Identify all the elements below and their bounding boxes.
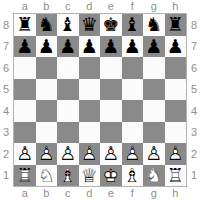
piece-outline-layer: ♕ <box>79 165 101 187</box>
rank-labels-right: 87654321 <box>188 14 200 186</box>
white-bishop-f1[interactable]: ♝♗ <box>122 165 144 187</box>
file-label-c: c <box>57 0 79 12</box>
piece-glyph: ♟ <box>143 36 165 58</box>
rank-labels-left: 87654321 <box>0 14 12 186</box>
white-pawn-g2[interactable]: ♟♙ <box>143 143 165 165</box>
square-e2[interactable]: ♟♙ <box>100 143 122 165</box>
square-f8[interactable]: ♝ <box>122 14 144 36</box>
square-d3[interactable] <box>79 122 101 144</box>
square-h1[interactable]: ♜♖ <box>165 165 187 187</box>
square-c4[interactable] <box>57 100 79 122</box>
black-pawn-h7[interactable]: ♟ <box>165 36 187 58</box>
piece-fill-layer: ♝ <box>122 165 144 187</box>
file-label-b: b <box>36 0 58 12</box>
white-pawn-b2[interactable]: ♟♙ <box>36 143 58 165</box>
piece-glyph: ♛ <box>79 14 101 36</box>
rank-label-7: 7 <box>0 36 12 58</box>
piece-glyph: ♜ <box>14 14 36 36</box>
square-g2[interactable]: ♟♙ <box>143 143 165 165</box>
square-d4[interactable] <box>79 100 101 122</box>
rank-label-3: 3 <box>188 122 200 144</box>
piece-fill-layer: ♛ <box>79 165 101 187</box>
piece-outline-layer: ♗ <box>122 165 144 187</box>
piece-outline-layer: ♖ <box>14 165 36 187</box>
square-d7[interactable]: ♟ <box>79 36 101 58</box>
square-d6[interactable] <box>79 57 101 79</box>
file-label-h: h <box>165 0 187 12</box>
white-pawn-f2[interactable]: ♟♙ <box>122 143 144 165</box>
black-bishop-c8[interactable]: ♝ <box>57 14 79 36</box>
rank-label-6: 6 <box>0 57 12 79</box>
piece-outline-layer: ♖ <box>165 165 187 187</box>
piece-outline-layer: ♘ <box>143 165 165 187</box>
piece-glyph: ♝ <box>57 14 79 36</box>
piece-fill-layer: ♟ <box>100 143 122 165</box>
square-a1[interactable]: ♜♖ <box>14 165 36 187</box>
white-bishop-c1[interactable]: ♝♗ <box>57 165 79 187</box>
piece-outline-layer: ♔ <box>100 165 122 187</box>
piece-glyph: ♟ <box>100 36 122 58</box>
file-labels-top: abcdefgh <box>14 0 186 12</box>
square-h7[interactable]: ♟ <box>165 36 187 58</box>
rank-label-6: 6 <box>188 57 200 79</box>
piece-outline-layer: ♙ <box>14 143 36 165</box>
piece-glyph: ♟ <box>165 36 187 58</box>
square-e5[interactable] <box>100 79 122 101</box>
rank-label-8: 8 <box>188 14 200 36</box>
black-pawn-c7[interactable]: ♟ <box>57 36 79 58</box>
white-king-e1[interactable]: ♚♔ <box>100 165 122 187</box>
square-d5[interactable] <box>79 79 101 101</box>
file-labels-bottom: abcdefgh <box>14 187 186 199</box>
piece-fill-layer: ♟ <box>14 143 36 165</box>
square-g8[interactable]: ♞ <box>143 14 165 36</box>
piece-glyph: ♚ <box>100 14 122 36</box>
square-c1[interactable]: ♝♗ <box>57 165 79 187</box>
piece-glyph: ♟ <box>14 36 36 58</box>
black-knight-g8[interactable]: ♞ <box>143 14 165 36</box>
white-pawn-e2[interactable]: ♟♙ <box>100 143 122 165</box>
piece-outline-layer: ♙ <box>36 143 58 165</box>
square-g1[interactable]: ♞♘ <box>143 165 165 187</box>
piece-outline-layer: ♘ <box>36 165 58 187</box>
square-c3[interactable] <box>57 122 79 144</box>
square-f7[interactable]: ♟ <box>122 36 144 58</box>
white-pawn-c2[interactable]: ♟♙ <box>57 143 79 165</box>
piece-fill-layer: ♟ <box>57 143 79 165</box>
white-knight-b1[interactable]: ♞♘ <box>36 165 58 187</box>
piece-glyph: ♟ <box>36 36 58 58</box>
piece-glyph: ♞ <box>36 14 58 36</box>
piece-outline-layer: ♙ <box>122 143 144 165</box>
piece-fill-layer: ♜ <box>165 165 187 187</box>
square-b8[interactable]: ♞ <box>36 14 58 36</box>
piece-fill-layer: ♜ <box>14 165 36 187</box>
square-c6[interactable] <box>57 57 79 79</box>
black-pawn-f7[interactable]: ♟ <box>122 36 144 58</box>
black-pawn-d7[interactable]: ♟ <box>79 36 101 58</box>
square-f1[interactable]: ♝♗ <box>122 165 144 187</box>
rank-label-1: 1 <box>188 165 200 187</box>
square-h4[interactable] <box>165 100 187 122</box>
piece-outline-layer: ♙ <box>79 143 101 165</box>
black-pawn-g7[interactable]: ♟ <box>143 36 165 58</box>
square-g3[interactable] <box>143 122 165 144</box>
square-b6[interactable] <box>36 57 58 79</box>
file-label-h: h <box>165 187 187 199</box>
square-f4[interactable] <box>122 100 144 122</box>
square-a3[interactable] <box>14 122 36 144</box>
square-a7[interactable]: ♟ <box>14 36 36 58</box>
rank-label-4: 4 <box>0 100 12 122</box>
rank-label-7: 7 <box>188 36 200 58</box>
black-pawn-b7[interactable]: ♟ <box>36 36 58 58</box>
square-c8[interactable]: ♝ <box>57 14 79 36</box>
piece-glyph: ♟ <box>79 36 101 58</box>
piece-fill-layer: ♟ <box>143 143 165 165</box>
rank-label-4: 4 <box>188 100 200 122</box>
piece-fill-layer: ♟ <box>122 143 144 165</box>
square-f2[interactable]: ♟♙ <box>122 143 144 165</box>
chess-diagram: abcdefgh 87654321 ♜♞♝♛♚♝♞♜♟♟♟♟♟♟♟♟♟♙♟♙♟♙… <box>0 0 200 200</box>
square-d8[interactable]: ♛ <box>79 14 101 36</box>
piece-outline-layer: ♙ <box>143 143 165 165</box>
piece-glyph: ♞ <box>143 14 165 36</box>
black-pawn-e7[interactable]: ♟ <box>100 36 122 58</box>
square-g6[interactable] <box>143 57 165 79</box>
square-d2[interactable]: ♟♙ <box>79 143 101 165</box>
file-label-g: g <box>143 187 165 199</box>
piece-fill-layer: ♞ <box>36 165 58 187</box>
square-e3[interactable] <box>100 122 122 144</box>
square-c5[interactable] <box>57 79 79 101</box>
square-b1[interactable]: ♞♘ <box>36 165 58 187</box>
square-b2[interactable]: ♟♙ <box>36 143 58 165</box>
rank-label-5: 5 <box>0 79 12 101</box>
black-king-e8[interactable]: ♚ <box>100 14 122 36</box>
square-h6[interactable] <box>165 57 187 79</box>
piece-outline-layer: ♙ <box>165 143 187 165</box>
rank-label-8: 8 <box>0 14 12 36</box>
file-label-a: a <box>14 187 36 199</box>
file-label-f: f <box>122 187 144 199</box>
piece-fill-layer: ♟ <box>79 143 101 165</box>
square-h3[interactable] <box>165 122 187 144</box>
black-queen-d8[interactable]: ♛ <box>79 14 101 36</box>
piece-glyph: ♝ <box>122 14 144 36</box>
rank-label-2: 2 <box>0 143 12 165</box>
white-rook-h1[interactable]: ♜♖ <box>165 165 187 187</box>
file-label-e: e <box>100 187 122 199</box>
square-a2[interactable]: ♟♙ <box>14 143 36 165</box>
square-a4[interactable] <box>14 100 36 122</box>
file-label-e: e <box>100 0 122 12</box>
file-label-c: c <box>57 187 79 199</box>
square-e7[interactable]: ♟ <box>100 36 122 58</box>
piece-fill-layer: ♞ <box>143 165 165 187</box>
piece-fill-layer: ♝ <box>57 165 79 187</box>
white-queen-d1[interactable]: ♛♕ <box>79 165 101 187</box>
file-label-a: a <box>14 0 36 12</box>
square-a5[interactable] <box>14 79 36 101</box>
white-pawn-a2[interactable]: ♟♙ <box>14 143 36 165</box>
square-e8[interactable]: ♚ <box>100 14 122 36</box>
square-c2[interactable]: ♟♙ <box>57 143 79 165</box>
square-e1[interactable]: ♚♔ <box>100 165 122 187</box>
white-knight-g1[interactable]: ♞♘ <box>143 165 165 187</box>
white-pawn-d2[interactable]: ♟♙ <box>79 143 101 165</box>
piece-glyph: ♟ <box>122 36 144 58</box>
black-rook-h8[interactable]: ♜ <box>165 14 187 36</box>
piece-outline-layer: ♙ <box>57 143 79 165</box>
piece-outline-layer: ♗ <box>57 165 79 187</box>
square-g5[interactable] <box>143 79 165 101</box>
square-h5[interactable] <box>165 79 187 101</box>
piece-glyph: ♟ <box>57 36 79 58</box>
square-b4[interactable] <box>36 100 58 122</box>
file-label-d: d <box>79 187 101 199</box>
rank-label-1: 1 <box>0 165 12 187</box>
square-g4[interactable] <box>143 100 165 122</box>
square-b3[interactable] <box>36 122 58 144</box>
square-d1[interactable]: ♛♕ <box>79 165 101 187</box>
rank-label-2: 2 <box>188 143 200 165</box>
file-label-b: b <box>36 187 58 199</box>
piece-fill-layer: ♟ <box>36 143 58 165</box>
square-e4[interactable] <box>100 100 122 122</box>
black-pawn-a7[interactable]: ♟ <box>14 36 36 58</box>
square-a8[interactable]: ♜ <box>14 14 36 36</box>
square-c7[interactable]: ♟ <box>57 36 79 58</box>
file-label-g: g <box>143 0 165 12</box>
rank-label-5: 5 <box>188 79 200 101</box>
square-h8[interactable]: ♜ <box>165 14 187 36</box>
file-label-f: f <box>122 0 144 12</box>
square-e6[interactable] <box>100 57 122 79</box>
black-knight-b8[interactable]: ♞ <box>36 14 58 36</box>
piece-outline-layer: ♙ <box>100 143 122 165</box>
square-b5[interactable] <box>36 79 58 101</box>
square-f5[interactable] <box>122 79 144 101</box>
piece-glyph: ♜ <box>165 14 187 36</box>
square-h2[interactable]: ♟♙ <box>165 143 187 165</box>
black-bishop-f8[interactable]: ♝ <box>122 14 144 36</box>
square-f3[interactable] <box>122 122 144 144</box>
white-pawn-h2[interactable]: ♟♙ <box>165 143 187 165</box>
rank-label-3: 3 <box>0 122 12 144</box>
square-b7[interactable]: ♟ <box>36 36 58 58</box>
chess-board[interactable]: ♜♞♝♛♚♝♞♜♟♟♟♟♟♟♟♟♟♙♟♙♟♙♟♙♟♙♟♙♟♙♟♙♜♖♞♘♝♗♛♕… <box>13 13 187 187</box>
black-rook-a8[interactable]: ♜ <box>14 14 36 36</box>
square-g7[interactable]: ♟ <box>143 36 165 58</box>
white-rook-a1[interactable]: ♜♖ <box>14 165 36 187</box>
piece-fill-layer: ♚ <box>100 165 122 187</box>
square-f6[interactable] <box>122 57 144 79</box>
file-label-d: d <box>79 0 101 12</box>
piece-fill-layer: ♟ <box>165 143 187 165</box>
square-a6[interactable] <box>14 57 36 79</box>
